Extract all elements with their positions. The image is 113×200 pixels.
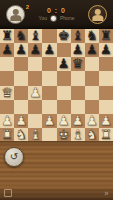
black-bishop[interactable]: ♝ [29, 29, 41, 43]
white-pawn[interactable]: ♟ [1, 113, 13, 127]
square-e1[interactable]: ♚ [57, 128, 71, 142]
white-queen[interactable]: ♛ [1, 85, 13, 99]
undo-button[interactable]: ↺ [4, 147, 24, 167]
person-icon [7, 6, 24, 23]
white-pawn[interactable]: ♟ [29, 85, 41, 99]
square-g5[interactable] [85, 71, 99, 85]
forward-icon[interactable]: » [104, 189, 109, 198]
score-block: 0 : 0 You Phone [39, 7, 75, 22]
white-knight[interactable]: ♞ [86, 127, 98, 141]
square-d4[interactable] [42, 86, 56, 100]
square-f5[interactable] [71, 71, 85, 85]
black-pawn[interactable]: ♟ [29, 43, 41, 57]
white-rook[interactable]: ♜ [1, 127, 13, 141]
white-pawn[interactable]: ♟ [44, 113, 56, 127]
square-e5[interactable] [57, 71, 71, 85]
black-knight[interactable]: ♞ [86, 29, 98, 43]
square-g4[interactable] [85, 86, 99, 100]
square-f4[interactable] [71, 86, 85, 100]
square-g6[interactable] [85, 57, 99, 71]
player-avatar-right [88, 5, 107, 24]
chess-board[interactable]: ♜♞♝♚♝♞♜♟♟♟♟♟♟♟♟♛♛♟♟♟♟♟♟♟♟♜♞♝♚♝♞♜ [0, 28, 113, 142]
black-pawn[interactable]: ♟ [86, 43, 98, 57]
square-e6[interactable]: ♟ [57, 57, 71, 71]
white-pawn[interactable]: ♟ [86, 113, 98, 127]
square-d7[interactable]: ♟ [42, 43, 56, 57]
square-e8[interactable]: ♚ [57, 29, 71, 43]
white-king[interactable]: ♚ [58, 127, 70, 141]
square-b5[interactable] [14, 71, 28, 85]
square-a1[interactable]: ♜ [0, 128, 14, 142]
square-f1[interactable]: ♝ [71, 128, 85, 142]
black-pawn[interactable]: ♟ [1, 43, 13, 57]
fullscreen-icon[interactable] [4, 189, 12, 197]
square-b1[interactable]: ♞ [14, 128, 28, 142]
white-pawn[interactable]: ♟ [15, 113, 27, 127]
white-pawn[interactable]: ♟ [58, 113, 70, 127]
square-c3[interactable] [28, 100, 42, 114]
square-a4[interactable]: ♛ [0, 86, 14, 100]
square-h6[interactable] [99, 57, 113, 71]
black-pawn[interactable]: ♟ [58, 57, 70, 71]
white-knight[interactable]: ♞ [15, 127, 27, 141]
square-f6[interactable]: ♛ [71, 57, 85, 71]
black-pawn[interactable]: ♟ [15, 43, 27, 57]
white-bishop[interactable]: ♝ [29, 127, 41, 141]
square-g1[interactable]: ♞ [85, 128, 99, 142]
black-pawn[interactable]: ♟ [44, 43, 56, 57]
score-text: 0 : 0 [47, 7, 66, 14]
square-h7[interactable]: ♟ [99, 43, 113, 57]
square-c4[interactable]: ♟ [28, 86, 42, 100]
square-d1[interactable] [42, 128, 56, 142]
square-d6[interactable] [42, 57, 56, 71]
square-b6[interactable] [14, 57, 28, 71]
square-h5[interactable] [99, 71, 113, 85]
square-c7[interactable]: ♟ [28, 43, 42, 57]
black-rook[interactable]: ♜ [1, 29, 13, 43]
black-bishop[interactable]: ♝ [72, 29, 84, 43]
level-badge: 2 [26, 4, 29, 10]
black-knight[interactable]: ♞ [15, 29, 27, 43]
square-h4[interactable] [99, 86, 113, 100]
square-d5[interactable] [42, 71, 56, 85]
square-a6[interactable] [0, 57, 14, 71]
white-pawn[interactable]: ♟ [72, 113, 84, 127]
white-turn-indicator [50, 15, 57, 22]
right-player-label: Phone [60, 15, 74, 21]
white-bishop[interactable]: ♝ [72, 127, 84, 141]
square-h1[interactable]: ♜ [99, 128, 113, 142]
undo-icon: ↺ [10, 152, 18, 162]
top-bar: 2 0 : 0 You Phone [0, 0, 113, 28]
square-c1[interactable]: ♝ [28, 128, 42, 142]
turn-row: You Phone [39, 15, 75, 22]
person-icon [89, 6, 106, 23]
square-b4[interactable] [14, 86, 28, 100]
square-e4[interactable] [57, 86, 71, 100]
square-a7[interactable]: ♟ [0, 43, 14, 57]
player-avatar-left: 2 [6, 5, 25, 24]
left-player-label: You [39, 15, 47, 21]
black-queen[interactable]: ♛ [72, 57, 84, 71]
white-rook[interactable]: ♜ [100, 127, 112, 141]
black-rook[interactable]: ♜ [100, 29, 112, 43]
white-pawn[interactable]: ♟ [100, 113, 112, 127]
wood-tray: ↺ » [0, 141, 113, 200]
square-d2[interactable]: ♟ [42, 114, 56, 128]
square-c6[interactable] [28, 57, 42, 71]
square-b7[interactable]: ♟ [14, 43, 28, 57]
square-g7[interactable]: ♟ [85, 43, 99, 57]
black-king[interactable]: ♚ [58, 29, 70, 43]
black-pawn[interactable]: ♟ [72, 43, 84, 57]
black-pawn[interactable]: ♟ [100, 43, 112, 57]
